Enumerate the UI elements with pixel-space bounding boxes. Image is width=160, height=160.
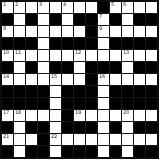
cell-r12c9[interactable] xyxy=(98,134,109,145)
cell-r13c2[interactable] xyxy=(14,146,25,157)
cell-r9c9[interactable] xyxy=(98,98,109,109)
cell-r5c2[interactable]: 11 xyxy=(14,50,25,61)
cell-r12c11[interactable] xyxy=(122,134,133,145)
cell-r2c11[interactable] xyxy=(122,14,133,25)
cell-r11c4 xyxy=(38,122,49,133)
cell-r4c10 xyxy=(110,38,121,49)
cell-r8c6 xyxy=(62,86,73,97)
cell-r3c9[interactable]: 9 xyxy=(98,26,109,37)
cell-r1c6[interactable]: 4 xyxy=(62,2,73,13)
cell-r7c3[interactable] xyxy=(26,74,37,85)
cell-r4c9[interactable] xyxy=(98,38,109,49)
cell-r13c9[interactable] xyxy=(98,146,109,157)
cell-r3c7[interactable] xyxy=(74,26,85,37)
cell-r11c8 xyxy=(86,122,97,133)
cell-r3c8 xyxy=(86,26,97,37)
cell-r8c7 xyxy=(74,86,85,97)
cell-r12c8[interactable] xyxy=(86,134,97,145)
cell-r10c5[interactable] xyxy=(50,110,61,121)
cell-r10c4[interactable] xyxy=(38,110,49,121)
cell-r7c12[interactable] xyxy=(134,74,145,85)
cell-r6c8 xyxy=(86,62,97,73)
cell-r12c1[interactable]: 21 xyxy=(2,134,13,145)
cell-r1c7[interactable] xyxy=(74,2,85,13)
clue-number: 3 xyxy=(39,2,42,7)
cell-r4c13 xyxy=(146,38,157,49)
cell-r9c1 xyxy=(2,98,13,109)
cell-r4c5 xyxy=(50,38,61,49)
cell-r11c1 xyxy=(2,122,13,133)
cell-r13c8 xyxy=(86,146,97,157)
cell-r12c2[interactable] xyxy=(14,134,25,145)
cell-r10c1[interactable]: 17 xyxy=(2,110,13,121)
cell-r11c3 xyxy=(26,122,37,133)
cell-r11c9[interactable] xyxy=(98,122,109,133)
cell-r7c9[interactable]: 16 xyxy=(98,74,109,85)
crossword-grid: 12345678910111213141516171819202122 xyxy=(0,0,159,159)
cell-r13c1 xyxy=(2,146,13,157)
cell-r13c5[interactable] xyxy=(50,146,61,157)
cell-r9c7 xyxy=(74,98,85,109)
cell-r10c2[interactable]: 18 xyxy=(14,110,25,121)
cell-r10c10[interactable] xyxy=(110,110,121,121)
cell-r1c9 xyxy=(98,2,109,13)
cell-r3c12[interactable] xyxy=(134,26,145,37)
cell-r8c8 xyxy=(86,86,97,97)
cell-r10c8[interactable] xyxy=(86,110,97,121)
cell-r8c1 xyxy=(2,86,13,97)
cell-r13c4 xyxy=(38,146,49,157)
cell-r4c11 xyxy=(122,38,133,49)
cell-r2c9[interactable]: 7 xyxy=(98,14,109,25)
cell-r2c5 xyxy=(50,14,61,25)
cell-r5c12[interactable] xyxy=(134,50,145,61)
cell-r9c2 xyxy=(14,98,25,109)
cell-r9c6 xyxy=(62,98,73,109)
clue-number: 19 xyxy=(75,110,81,115)
cell-r7c5[interactable]: 15 xyxy=(50,74,61,85)
cell-r12c13[interactable] xyxy=(146,134,157,145)
cell-r7c1[interactable]: 14 xyxy=(2,74,13,85)
cell-r3c4[interactable] xyxy=(38,26,49,37)
cell-r2c6[interactable] xyxy=(62,14,73,25)
cell-r6c10 xyxy=(110,62,121,73)
cell-r8c12 xyxy=(134,86,145,97)
clue-number: 2 xyxy=(15,2,18,7)
cell-r1c13[interactable] xyxy=(146,2,157,13)
cell-r5c11[interactable]: 13 xyxy=(122,50,133,61)
cell-r11c5[interactable] xyxy=(50,122,61,133)
clue-number: 5 xyxy=(111,2,114,7)
cell-r10c7[interactable]: 19 xyxy=(74,110,85,121)
cell-r4c3 xyxy=(26,38,37,49)
clue-number: 11 xyxy=(15,50,21,55)
cell-r5c1[interactable]: 10 xyxy=(2,50,13,61)
cell-r12c7[interactable] xyxy=(74,134,85,145)
cell-r2c8 xyxy=(86,14,97,25)
cell-r6c9 xyxy=(98,62,109,73)
cell-r9c5[interactable] xyxy=(50,98,61,109)
cell-r10c13[interactable] xyxy=(146,110,157,121)
cell-r3c13[interactable] xyxy=(146,26,157,37)
cell-r13c13 xyxy=(146,146,157,157)
cell-r3c3[interactable] xyxy=(26,26,37,37)
cell-r12c10[interactable] xyxy=(110,134,121,145)
cell-r4c12 xyxy=(134,38,145,49)
cell-r6c3 xyxy=(26,62,37,73)
cell-r6c1 xyxy=(2,62,13,73)
cell-r9c4 xyxy=(38,98,49,109)
cell-r10c6 xyxy=(62,110,73,121)
cell-r13c11[interactable] xyxy=(122,146,133,157)
cell-r4c8 xyxy=(86,38,97,49)
cell-r7c10[interactable] xyxy=(110,74,121,85)
cell-r6c13 xyxy=(146,62,157,73)
clue-number: 18 xyxy=(15,110,21,115)
cell-r5c4[interactable] xyxy=(38,50,49,61)
clue-number: 14 xyxy=(3,74,9,79)
cell-r12c3[interactable] xyxy=(26,134,37,145)
cell-r11c6 xyxy=(62,122,73,133)
clue-number: 16 xyxy=(99,74,105,79)
clue-number: 12 xyxy=(75,50,81,55)
cell-r3c1[interactable]: 8 xyxy=(2,26,13,37)
clue-number: 9 xyxy=(99,26,102,31)
cell-r2c13 xyxy=(146,14,157,25)
cell-r12c5[interactable]: 22 xyxy=(50,134,61,145)
cell-r6c2[interactable] xyxy=(14,62,25,73)
cell-r1c11[interactable]: 6 xyxy=(122,2,133,13)
clue-number: 4 xyxy=(63,2,66,7)
cell-r6c11[interactable] xyxy=(122,62,133,73)
cell-r5c7[interactable]: 12 xyxy=(74,50,85,61)
clue-number: 17 xyxy=(3,110,9,115)
cell-r13c12 xyxy=(134,146,145,157)
cell-r2c1 xyxy=(2,14,13,25)
cell-r10c11[interactable]: 20 xyxy=(122,110,133,121)
clue-number: 1 xyxy=(3,2,6,7)
cell-r8c3 xyxy=(26,86,37,97)
cell-r3c6[interactable] xyxy=(62,26,73,37)
cell-r7c8 xyxy=(86,74,97,85)
cell-r1c1[interactable]: 1 xyxy=(2,2,13,13)
clue-number: 20 xyxy=(123,110,129,115)
cell-r7c13[interactable] xyxy=(146,74,157,85)
cell-r10c12[interactable] xyxy=(134,110,145,121)
clue-number: 7 xyxy=(99,14,102,19)
cell-r8c4 xyxy=(38,86,49,97)
cell-r8c5[interactable] xyxy=(50,86,61,97)
cell-r7c7[interactable] xyxy=(74,74,85,85)
cell-r1c2[interactable]: 2 xyxy=(14,2,25,13)
cell-r13c10 xyxy=(110,146,121,157)
cell-r6c12 xyxy=(134,62,145,73)
cell-r6c4[interactable] xyxy=(38,62,49,73)
cell-r6c5 xyxy=(50,62,61,73)
cell-r7c6[interactable] xyxy=(62,74,73,85)
cell-r5c6[interactable] xyxy=(62,50,73,61)
cell-r13c3 xyxy=(26,146,37,157)
cell-r7c2[interactable] xyxy=(14,74,25,85)
cell-r2c12 xyxy=(134,14,145,25)
clue-number: 8 xyxy=(3,26,6,31)
cell-r1c5[interactable] xyxy=(50,2,61,13)
clue-number: 21 xyxy=(3,134,9,139)
cell-r2c7 xyxy=(74,14,85,25)
clue-number: 10 xyxy=(3,50,9,55)
cell-r8c9[interactable] xyxy=(98,86,109,97)
cell-r3c5[interactable] xyxy=(50,26,61,37)
cell-r1c3[interactable] xyxy=(26,2,37,13)
cell-r7c4[interactable] xyxy=(38,74,49,85)
cell-r1c12[interactable] xyxy=(134,2,145,13)
cell-r1c8[interactable] xyxy=(86,2,97,13)
clue-number: 22 xyxy=(51,134,57,139)
cell-r2c3 xyxy=(26,14,37,25)
cell-r9c11 xyxy=(122,98,133,109)
cell-r8c13 xyxy=(146,86,157,97)
cell-r5c5[interactable] xyxy=(50,50,61,61)
cell-r8c10 xyxy=(110,86,121,97)
cell-r5c10[interactable] xyxy=(110,50,121,61)
cell-r4c6 xyxy=(62,38,73,49)
clue-number: 15 xyxy=(51,74,57,79)
cell-r3c10[interactable] xyxy=(110,26,121,37)
cell-r10c9[interactable] xyxy=(98,110,109,121)
cell-r1c10[interactable]: 5 xyxy=(110,2,121,13)
cell-r11c13 xyxy=(146,122,157,133)
cell-r11c12 xyxy=(134,122,145,133)
cell-r4c1 xyxy=(2,38,13,49)
cell-r9c3 xyxy=(26,98,37,109)
cell-r4c4[interactable] xyxy=(38,38,49,49)
cell-r2c2[interactable] xyxy=(14,14,25,25)
cell-r1c4[interactable]: 3 xyxy=(38,2,49,13)
cell-r9c8 xyxy=(86,98,97,109)
cell-r11c7 xyxy=(74,122,85,133)
cell-r7c11[interactable] xyxy=(122,74,133,85)
clue-number: 6 xyxy=(123,2,126,7)
cell-r5c3[interactable] xyxy=(26,50,37,61)
cell-r11c2[interactable] xyxy=(14,122,25,133)
cell-r6c6 xyxy=(62,62,73,73)
cell-r2c10 xyxy=(110,14,121,25)
cell-r8c2 xyxy=(14,86,25,97)
cell-r4c2 xyxy=(14,38,25,49)
cell-r3c11[interactable] xyxy=(122,26,133,37)
cell-r12c6[interactable] xyxy=(62,134,73,145)
cell-r9c10 xyxy=(110,98,121,109)
cell-r11c11[interactable] xyxy=(122,122,133,133)
cell-r9c12 xyxy=(134,98,145,109)
cell-r13c6 xyxy=(62,146,73,157)
cell-r5c8[interactable] xyxy=(86,50,97,61)
cell-r2c4[interactable] xyxy=(38,14,49,25)
cell-r6c7[interactable] xyxy=(74,62,85,73)
cell-r9c13 xyxy=(146,98,157,109)
cell-r13c7 xyxy=(74,146,85,157)
clue-number: 13 xyxy=(123,50,129,55)
cell-r5c13[interactable] xyxy=(146,50,157,61)
cell-r5c9[interactable] xyxy=(98,50,109,61)
cell-r4c7 xyxy=(74,38,85,49)
cell-r3c2[interactable] xyxy=(14,26,25,37)
cell-r11c10 xyxy=(110,122,121,133)
cell-r12c4 xyxy=(38,134,49,145)
cell-r10c3[interactable] xyxy=(26,110,37,121)
cell-r12c12[interactable] xyxy=(134,134,145,145)
cell-r8c11 xyxy=(122,86,133,97)
